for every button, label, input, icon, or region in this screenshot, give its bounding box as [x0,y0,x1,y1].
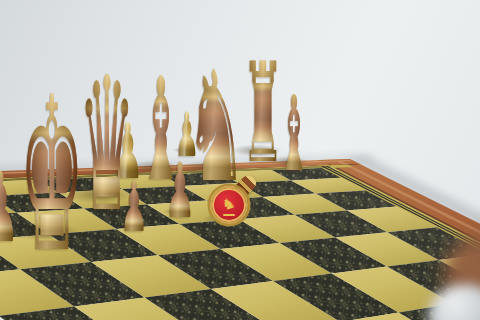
label-knight-emblem-icon: ♞ [220,193,238,214]
fallen-pawn-label: ♞ [210,186,248,224]
piece-glyph-pawn: ♟ [120,172,148,242]
chess-set-photo: ♟♚♛♟♟♝♟♟♞♜♝♞ [0,0,480,320]
piece-glyph-bishop: ♝ [277,82,311,186]
piece-glyph-pawn: ♟ [0,159,20,256]
chess-pieces-layer: ♟♚♛♟♟♝♟♟♞♜♝♞ [0,0,480,320]
blurred-foreground-piece-orb [428,284,480,320]
piece-glyph-king: ♚ [20,69,85,282]
piece-glyph-pawn: ♟ [165,153,196,229]
